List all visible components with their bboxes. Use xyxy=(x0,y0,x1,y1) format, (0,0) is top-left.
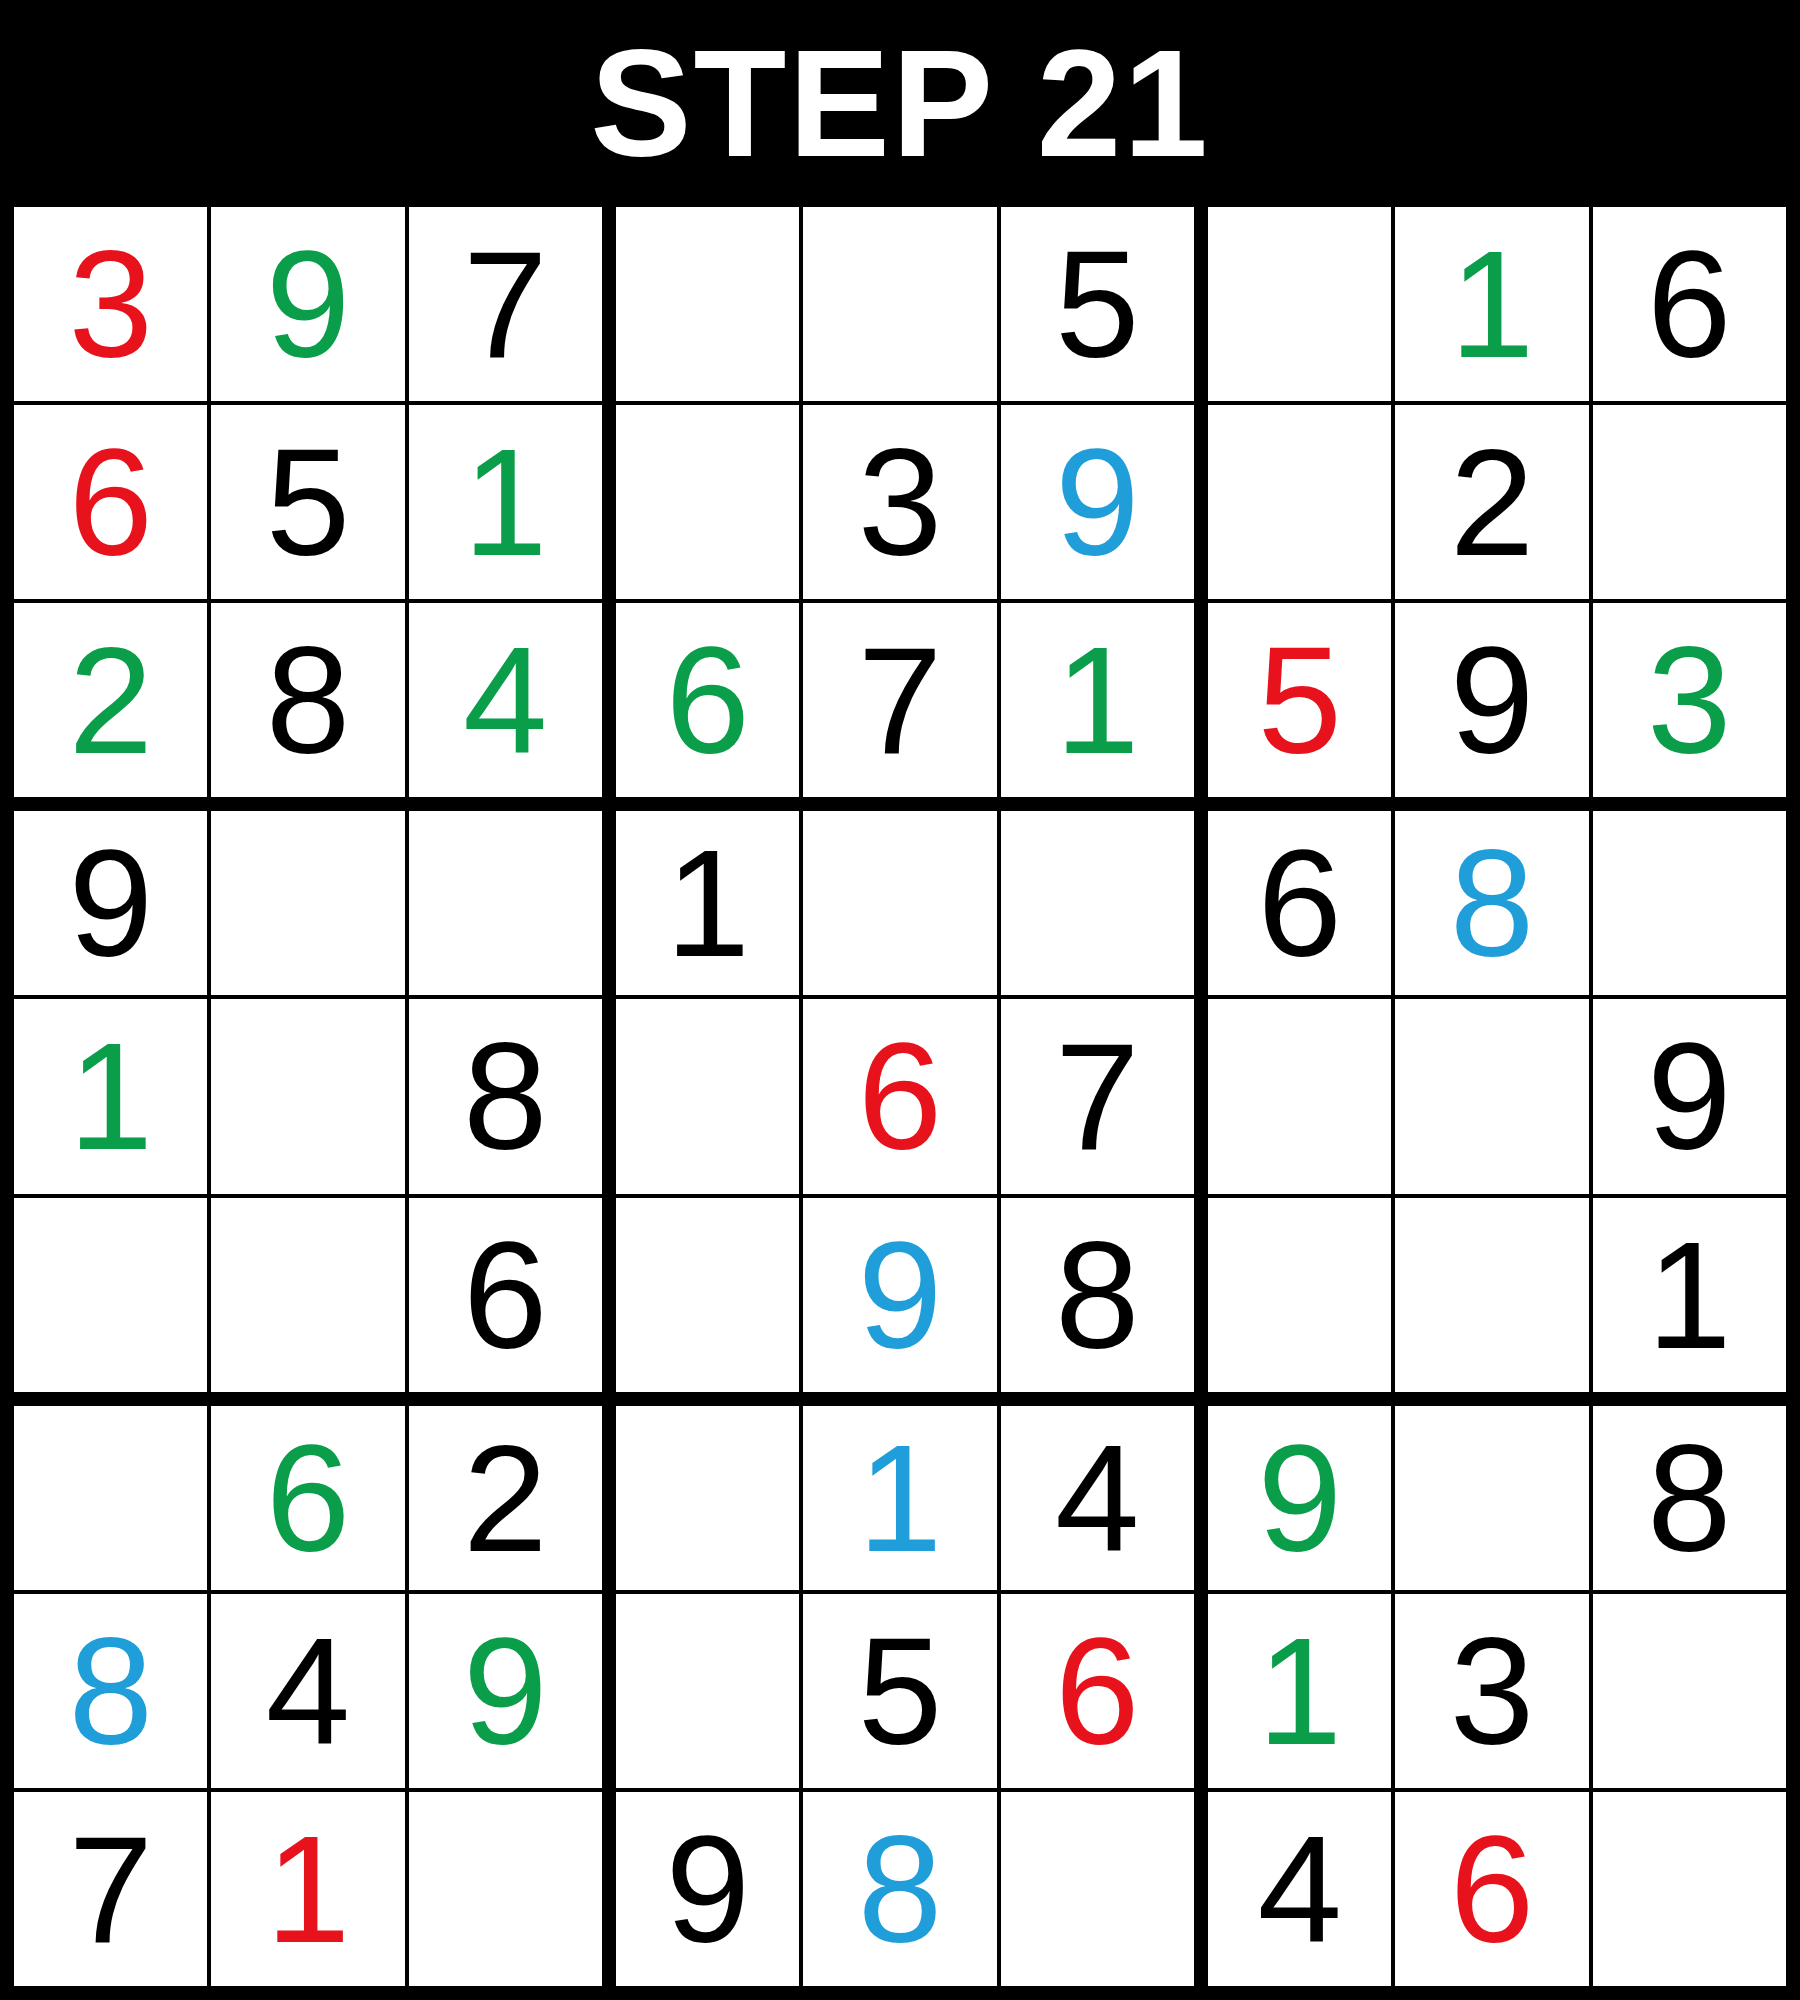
cell-r7c1[interactable] xyxy=(12,1394,209,1592)
cell-r2c9[interactable] xyxy=(1591,403,1788,601)
step-title: STEP 21 xyxy=(590,27,1210,179)
cell-r7c3[interactable]: 2 xyxy=(407,1394,604,1592)
cell-r2c6[interactable]: 9 xyxy=(999,403,1196,601)
cell-r6c3[interactable]: 6 xyxy=(407,1196,604,1394)
cell-r4c1[interactable]: 9 xyxy=(12,799,209,997)
cell-r4c4[interactable]: 1 xyxy=(604,799,801,997)
cell-r4c6[interactable] xyxy=(999,799,1196,997)
cell-r6c1[interactable] xyxy=(12,1196,209,1394)
cell-r6c5[interactable]: 9 xyxy=(801,1196,998,1394)
cell-r6c6[interactable]: 8 xyxy=(999,1196,1196,1394)
cell-r8c9[interactable] xyxy=(1591,1592,1788,1790)
cell-r5c6[interactable]: 7 xyxy=(999,997,1196,1195)
cell-r8c1[interactable]: 8 xyxy=(12,1592,209,1790)
cell-r1c3[interactable]: 7 xyxy=(407,205,604,403)
cell-r4c9[interactable] xyxy=(1591,799,1788,997)
cell-r6c2[interactable] xyxy=(209,1196,406,1394)
cell-r8c8[interactable]: 3 xyxy=(1393,1592,1590,1790)
cell-r1c7[interactable] xyxy=(1196,205,1393,403)
cell-r4c2[interactable] xyxy=(209,799,406,997)
title-bar: STEP 21 xyxy=(0,0,1800,205)
cell-r8c4[interactable] xyxy=(604,1592,801,1790)
cell-r7c7[interactable]: 9 xyxy=(1196,1394,1393,1592)
cell-r3c5[interactable]: 7 xyxy=(801,601,998,799)
cell-r7c2[interactable]: 6 xyxy=(209,1394,406,1592)
cell-r1c4[interactable] xyxy=(604,205,801,403)
cell-r6c9[interactable]: 1 xyxy=(1591,1196,1788,1394)
cell-r5c7[interactable] xyxy=(1196,997,1393,1195)
cell-r5c8[interactable] xyxy=(1393,997,1590,1195)
cell-r9c6[interactable] xyxy=(999,1790,1196,1988)
cell-r3c7[interactable]: 5 xyxy=(1196,601,1393,799)
cell-r9c4[interactable]: 9 xyxy=(604,1790,801,1988)
cell-r5c5[interactable]: 6 xyxy=(801,997,998,1195)
cell-r1c9[interactable]: 6 xyxy=(1591,205,1788,403)
cell-r8c7[interactable]: 1 xyxy=(1196,1592,1393,1790)
cell-r5c9[interactable]: 9 xyxy=(1591,997,1788,1195)
cell-r8c2[interactable]: 4 xyxy=(209,1592,406,1790)
cell-r9c3[interactable] xyxy=(407,1790,604,1988)
cell-r3c3[interactable]: 4 xyxy=(407,601,604,799)
cell-r9c2[interactable]: 1 xyxy=(209,1790,406,1988)
cell-r9c1[interactable]: 7 xyxy=(12,1790,209,1988)
cell-r6c7[interactable] xyxy=(1196,1196,1393,1394)
cell-r5c1[interactable]: 1 xyxy=(12,997,209,1195)
cell-r8c6[interactable]: 6 xyxy=(999,1592,1196,1790)
cell-r2c1[interactable]: 6 xyxy=(12,403,209,601)
cell-r3c4[interactable]: 6 xyxy=(604,601,801,799)
cell-r8c3[interactable]: 9 xyxy=(407,1592,604,1790)
cell-r1c6[interactable]: 5 xyxy=(999,205,1196,403)
cell-r7c6[interactable]: 4 xyxy=(999,1394,1196,1592)
cell-r3c6[interactable]: 1 xyxy=(999,601,1196,799)
cell-r9c7[interactable]: 4 xyxy=(1196,1790,1393,1988)
cell-r3c1[interactable]: 2 xyxy=(12,601,209,799)
cell-r1c8[interactable]: 1 xyxy=(1393,205,1590,403)
cell-r2c8[interactable]: 2 xyxy=(1393,403,1590,601)
cell-r3c8[interactable]: 9 xyxy=(1393,601,1590,799)
cell-r3c2[interactable]: 8 xyxy=(209,601,406,799)
cell-r5c2[interactable] xyxy=(209,997,406,1195)
cell-r5c3[interactable]: 8 xyxy=(407,997,604,1195)
cell-r4c5[interactable] xyxy=(801,799,998,997)
cell-r2c3[interactable]: 1 xyxy=(407,403,604,601)
cell-r1c5[interactable] xyxy=(801,205,998,403)
sudoku-board: 3975166513922846715939168186796981621498… xyxy=(0,205,1800,2000)
cell-r6c4[interactable] xyxy=(604,1196,801,1394)
sudoku-page: STEP 21 39751665139228467159391681867969… xyxy=(0,0,1800,2000)
cell-r9c9[interactable] xyxy=(1591,1790,1788,1988)
cell-r2c2[interactable]: 5 xyxy=(209,403,406,601)
cell-r9c8[interactable]: 6 xyxy=(1393,1790,1590,1988)
cell-r2c5[interactable]: 3 xyxy=(801,403,998,601)
cell-r7c8[interactable] xyxy=(1393,1394,1590,1592)
cell-r4c3[interactable] xyxy=(407,799,604,997)
cell-r4c7[interactable]: 6 xyxy=(1196,799,1393,997)
cell-r1c2[interactable]: 9 xyxy=(209,205,406,403)
cell-r5c4[interactable] xyxy=(604,997,801,1195)
cell-r3c9[interactable]: 3 xyxy=(1591,601,1788,799)
cell-r7c5[interactable]: 1 xyxy=(801,1394,998,1592)
cell-r4c8[interactable]: 8 xyxy=(1393,799,1590,997)
cell-r7c9[interactable]: 8 xyxy=(1591,1394,1788,1592)
cell-r2c4[interactable] xyxy=(604,403,801,601)
cell-r2c7[interactable] xyxy=(1196,403,1393,601)
cell-r6c8[interactable] xyxy=(1393,1196,1590,1394)
cell-r1c1[interactable]: 3 xyxy=(12,205,209,403)
cell-r8c5[interactable]: 5 xyxy=(801,1592,998,1790)
cell-r7c4[interactable] xyxy=(604,1394,801,1592)
cell-r9c5[interactable]: 8 xyxy=(801,1790,998,1988)
